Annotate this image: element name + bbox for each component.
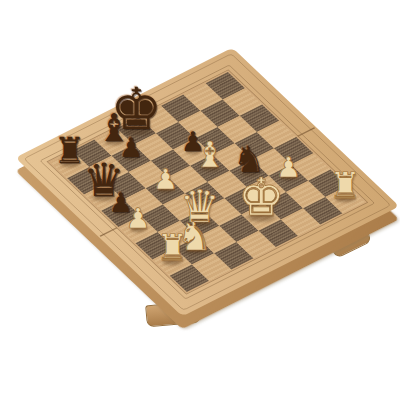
white-bishop[interactable]: ♝ — [188, 137, 231, 173]
white-rook[interactable]: ♜ — [323, 168, 366, 204]
white-rook[interactable]: ♜ — [151, 230, 194, 266]
white-pawn[interactable]: ♟ — [121, 205, 155, 233]
pieces-layer: ♚♝♟♟♜♝♞♟♟♛♜♟♚♛♟♞♜ — [0, 0, 400, 400]
chess-set-photo: ♚♝♟♟♜♝♞♟♟♛♜♟♚♛♟♞♜ — [0, 0, 400, 400]
white-king[interactable]: ♚ — [230, 171, 292, 223]
